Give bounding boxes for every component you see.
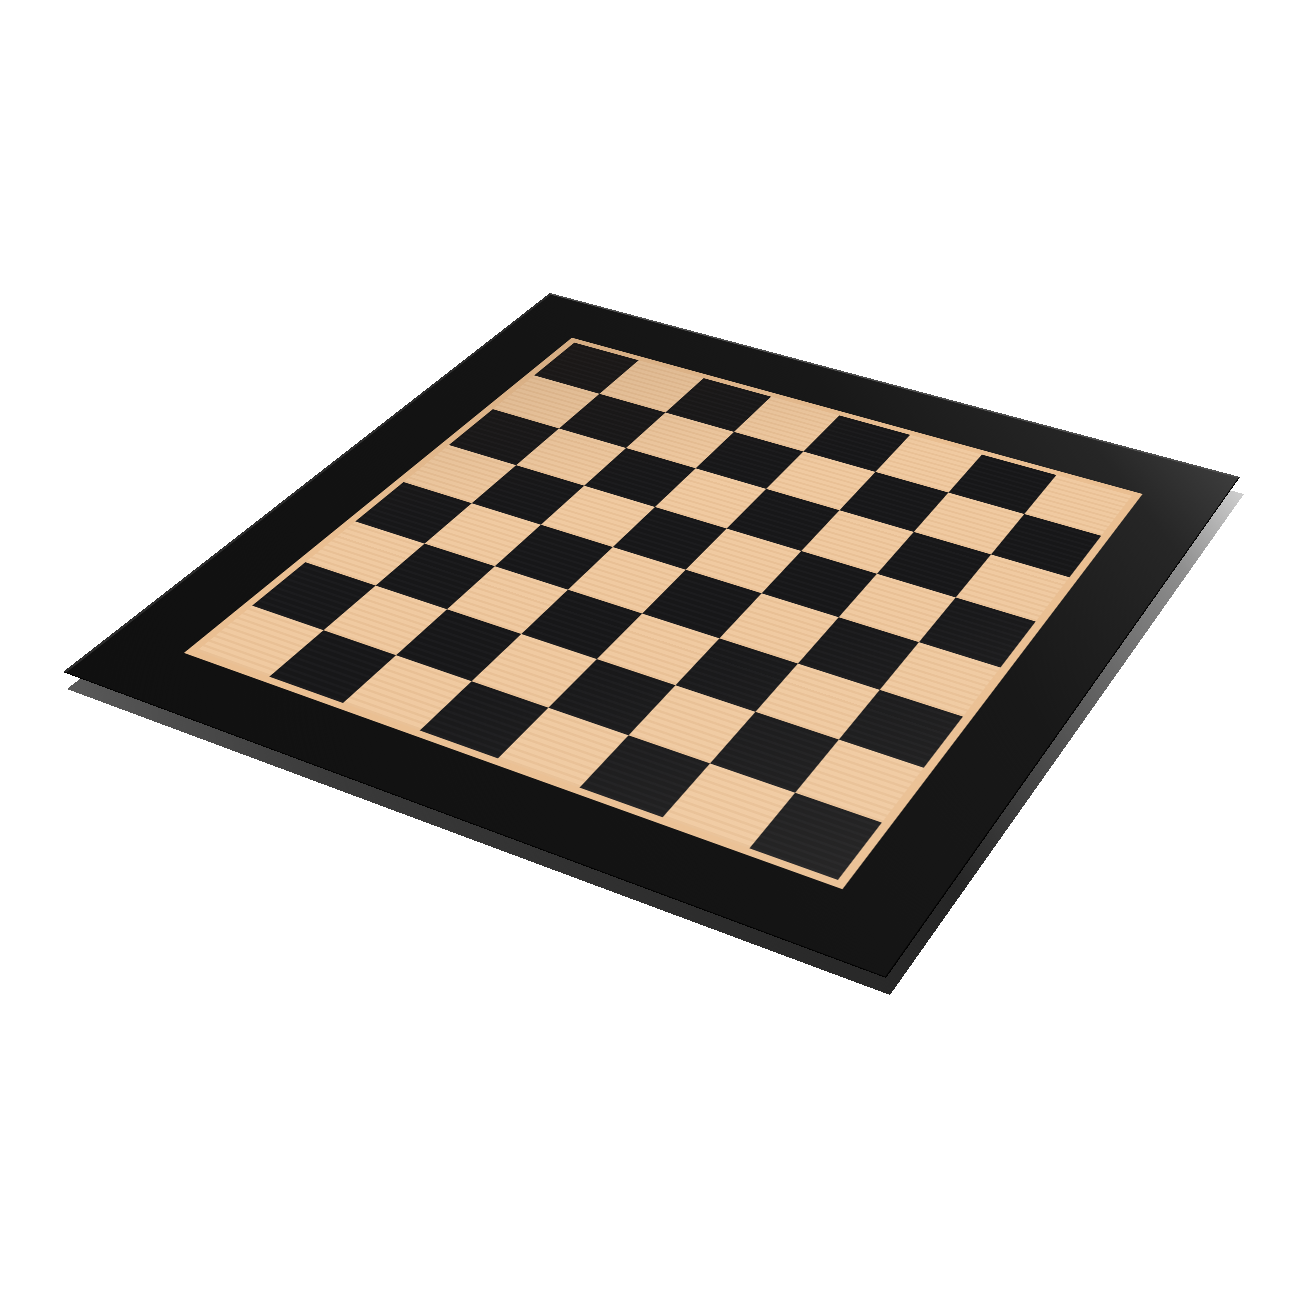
playing-area — [184, 338, 1143, 890]
board-grid — [197, 343, 1132, 880]
chess-board — [63, 293, 1240, 978]
product-photo-scene — [0, 0, 1300, 1300]
